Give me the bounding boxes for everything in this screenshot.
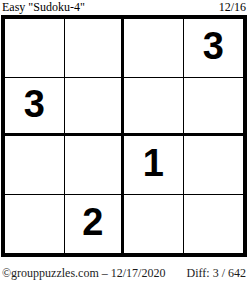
given-digit: 2 [82,203,103,241]
sudoku-page: Easy "Sudoku-4" 12/16 3312 ©grouppuzzles… [0,0,248,282]
copyright-text: ©grouppuzzles.com – 12/17/2020 [2,266,165,280]
cell-r1c2[interactable] [65,19,125,78]
header: Easy "Sudoku-4" 12/16 [0,0,248,15]
cell-r3c2[interactable] [65,136,125,195]
given-digit: 1 [143,144,164,182]
cell-r4c1[interactable] [5,195,65,254]
cell-r3c3[interactable]: 1 [124,136,184,195]
cell-r4c4[interactable] [184,195,244,254]
sudoku-board: 3312 [1,15,247,257]
cell-r2c3[interactable] [124,78,184,137]
cell-r3c4[interactable] [184,136,244,195]
page-counter: 12/16 [219,0,246,14]
cell-r4c2[interactable]: 2 [65,195,125,254]
footer: ©grouppuzzles.com – 12/17/2020 Diff: 3 /… [0,264,248,280]
cell-r2c1[interactable]: 3 [5,78,65,137]
cell-r1c3[interactable] [124,19,184,78]
puzzle-title: Easy "Sudoku-4" [2,0,85,14]
given-digit: 3 [24,85,45,123]
difficulty-text: Diff: 3 / 642 [187,266,246,280]
cell-r1c4[interactable]: 3 [184,19,244,78]
cell-r2c4[interactable] [184,78,244,137]
given-digit: 3 [203,27,224,65]
cell-r1c1[interactable] [5,19,65,78]
cell-r2c2[interactable] [65,78,125,137]
cell-r4c3[interactable] [124,195,184,254]
cell-r3c1[interactable] [5,136,65,195]
